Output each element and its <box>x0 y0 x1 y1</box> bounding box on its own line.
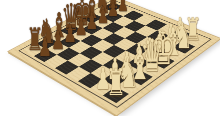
board-squares-grid <box>24 2 205 103</box>
chess-board <box>7 0 220 116</box>
chess-set-product-photo: ♜♞♝♛♚♝♞♜♟♟♟♟♟♟♟♟♟♟♟♟♟♟♟♟♜♞♝♛♚♝♞♜ <box>0 0 220 116</box>
